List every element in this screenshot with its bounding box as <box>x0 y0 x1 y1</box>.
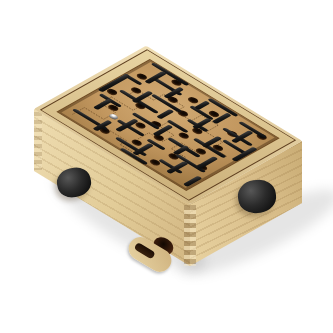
finger-joints-front-corner <box>184 205 196 266</box>
tray-slot <box>134 242 156 260</box>
finger-joints-left-corner <box>34 112 42 170</box>
labyrinth-game-photo <box>0 0 333 333</box>
